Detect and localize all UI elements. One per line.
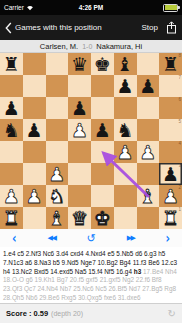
square-f2[interactable]: [114, 185, 137, 207]
engine-score-bar: Score : 0.59 (depth 20) ↻: [0, 303, 182, 323]
white-pawn[interactable]: ♟: [23, 185, 46, 207]
square-h7[interactable]: 7: [159, 75, 182, 97]
square-e4[interactable]: [91, 141, 114, 163]
share-button[interactable]: [166, 21, 177, 34]
square-b6[interactable]: [23, 97, 46, 119]
square-b3[interactable]: [23, 163, 46, 185]
square-f8[interactable]: ♝: [114, 53, 137, 75]
white-king[interactable]: ♚: [91, 207, 114, 229]
chess-board[interactable]: ♜♛♚♝♜8♟♟7♟♟6♞♟♟♟♞5♟♟4♟♟3♟♟♞♝♟2♜♝♛♚♜1: [0, 53, 182, 229]
square-c8[interactable]: [46, 53, 69, 75]
forward-to-end-button[interactable]: ▶▶: [127, 235, 135, 242]
square-e8[interactable]: ♚: [91, 53, 114, 75]
clock: 4:26 PM: [56, 4, 126, 11]
black-pawn[interactable]: ♟: [137, 75, 160, 97]
white-player-name: Carlsen, M.: [40, 42, 78, 51]
square-g5[interactable]: [137, 119, 160, 141]
black-player-name: Nakamura, Hi: [96, 42, 142, 51]
white-rook[interactable]: ♜: [0, 207, 23, 229]
white-bishop[interactable]: ♝: [46, 207, 69, 229]
black-pawn[interactable]: ♟: [0, 97, 23, 119]
chevron-left-icon: [5, 22, 12, 34]
square-b4[interactable]: [23, 141, 46, 163]
black-knight[interactable]: ♞: [114, 119, 137, 141]
stop-button[interactable]: Stop: [142, 23, 158, 32]
square-g8[interactable]: [137, 53, 160, 75]
refresh-icon[interactable]: ↻: [168, 308, 176, 319]
black-pawn[interactable]: ♟: [91, 119, 114, 141]
rank-coordinate: 6: [178, 97, 181, 102]
rank-coordinate: 5: [178, 119, 181, 124]
square-d1[interactable]: ♛: [68, 207, 91, 229]
square-f6[interactable]: [114, 97, 137, 119]
nav-bar: Games with this position Stop: [0, 15, 182, 40]
next-move-button[interactable]: ›: [165, 231, 170, 245]
page-title: Games with this position: [15, 23, 102, 32]
square-c4[interactable]: [46, 141, 69, 163]
square-c6[interactable]: [46, 97, 69, 119]
black-rook[interactable]: ♜: [0, 53, 23, 75]
square-b2[interactable]: ♟: [23, 185, 46, 207]
square-a5[interactable]: ♞: [0, 119, 23, 141]
players-bar: Carlsen, M. 1-0 Nakamura, Hi: [0, 40, 182, 53]
square-c2[interactable]: ♞: [46, 185, 69, 207]
square-d8[interactable]: ♛: [68, 53, 91, 75]
move-line[interactable]: h4 13.Nc2 Bxd5 14.exd5 Na5 15.f4 Nf5 16.…: [3, 268, 179, 277]
square-f7[interactable]: ♟: [114, 75, 137, 97]
square-g4[interactable]: ♟: [137, 141, 160, 163]
played-moves[interactable]: h4 13.Nc2 Bxd5 14.exd5 Na5 15.f4 Nf5 16.…: [3, 268, 134, 275]
square-g2[interactable]: ♝: [137, 185, 160, 207]
square-b5[interactable]: ♟: [23, 119, 46, 141]
black-pawn[interactable]: ♟: [23, 119, 46, 141]
white-pawn[interactable]: ♟: [114, 141, 137, 163]
rewind-to-start-button[interactable]: ◀◀: [48, 235, 56, 242]
black-pawn[interactable]: ♟: [114, 75, 137, 97]
square-b7[interactable]: [23, 75, 46, 97]
battery-icon: [163, 4, 178, 12]
square-c3[interactable]: ♟: [46, 163, 69, 185]
square-d7[interactable]: [68, 75, 91, 97]
engine-line[interactable]: 17.Be4 Nh4: [141, 268, 177, 275]
square-h6[interactable]: 6: [159, 97, 182, 119]
engine-line[interactable]: 28.Qh5 Nb6 29.Be6 Rxg5 30.Qxg5 fxe6 31.d…: [3, 294, 179, 303]
square-d6[interactable]: ♟: [68, 97, 91, 119]
white-pawn[interactable]: ♟: [137, 141, 160, 163]
engine-line[interactable]: 18.O-O g6 19.Kh1 Bg7 20.f5 gxf5 21.gxf5 …: [3, 276, 179, 285]
app-window: Carrier 4:26 PM Games with this position…: [0, 0, 182, 323]
black-queen[interactable]: ♛: [68, 53, 91, 75]
square-a8[interactable]: ♜: [0, 53, 23, 75]
square-e7[interactable]: [91, 75, 114, 97]
reset-icon[interactable]: ↺: [86, 233, 95, 244]
square-a2[interactable]: ♟: [0, 185, 23, 207]
black-bishop[interactable]: ♝: [114, 53, 137, 75]
move-line[interactable]: 1.e4 c5 2.Nf3 Nc6 3.d4 cxd4 4.Nxd4 e5 5.…: [3, 250, 179, 259]
black-knight[interactable]: ♞: [0, 119, 23, 141]
white-pawn[interactable]: ♟: [0, 185, 23, 207]
square-d5[interactable]: ♟: [68, 119, 91, 141]
square-d4[interactable]: [68, 141, 91, 163]
rank-coordinate: 4: [178, 141, 181, 146]
score-value: Score : 0.59: [6, 309, 48, 318]
square-b1[interactable]: [23, 207, 46, 229]
rank-coordinate: 2: [178, 185, 181, 190]
wifi-icon: [26, 4, 34, 11]
share-icon: [166, 21, 177, 34]
black-king[interactable]: ♚: [91, 53, 114, 75]
square-e3[interactable]: [91, 163, 114, 185]
navigation-toolbar: ‹ ◀◀ ↺ ▶▶ ›: [0, 229, 182, 247]
square-f4[interactable]: ♟: [114, 141, 137, 163]
score-depth: (depth 20): [51, 310, 83, 317]
square-h1[interactable]: ♜1: [159, 207, 182, 229]
rank-coordinate: 7: [178, 75, 181, 80]
square-h8[interactable]: ♜8: [159, 53, 182, 75]
game-result: 1-0: [82, 43, 92, 50]
square-c1[interactable]: ♝: [46, 207, 69, 229]
square-a6[interactable]: ♟: [0, 97, 23, 119]
prev-move-button[interactable]: ‹: [12, 231, 17, 245]
white-knight[interactable]: ♞: [46, 185, 69, 207]
square-e5[interactable]: ♟: [91, 119, 114, 141]
white-bishop[interactable]: ♝: [137, 185, 160, 207]
rank-coordinate: 3: [178, 163, 181, 168]
square-h3[interactable]: ♟3: [159, 163, 182, 185]
square-g7[interactable]: ♟: [137, 75, 160, 97]
carrier-label: Carrier: [4, 4, 24, 11]
white-pawn[interactable]: ♟: [46, 163, 69, 185]
square-d2[interactable]: [68, 185, 91, 207]
square-e2[interactable]: [91, 185, 114, 207]
square-f5[interactable]: ♞: [114, 119, 137, 141]
square-c5[interactable]: [46, 119, 69, 141]
square-a3[interactable]: [0, 163, 23, 185]
square-g1[interactable]: [137, 207, 160, 229]
square-h2[interactable]: ♟2: [159, 185, 182, 207]
white-pawn[interactable]: ♟: [68, 119, 91, 141]
rank-coordinate: 8: [178, 53, 181, 58]
square-a4[interactable]: [0, 141, 23, 163]
status-bar: Carrier 4:26 PM: [0, 0, 182, 15]
square-g3[interactable]: [137, 163, 160, 185]
square-e6[interactable]: [91, 97, 114, 119]
square-h5[interactable]: 5: [159, 119, 182, 141]
square-f1[interactable]: [114, 207, 137, 229]
square-d3[interactable]: [68, 163, 91, 185]
white-queen[interactable]: ♛: [68, 207, 91, 229]
square-g6[interactable]: [137, 97, 160, 119]
square-a7[interactable]: [0, 75, 23, 97]
move-line[interactable]: 7.N1c3 a6 8.Na3 b5 9.Nd5 Nge7 10.Bg2 Bg4…: [3, 259, 179, 268]
engine-line[interactable]: 23.Qf3 Qc7 24.Nb4 Nb7 25.Nc6 Nc5 26.Bf5 …: [3, 285, 179, 294]
move-list: 1.e4 c5 2.Nf3 Nc6 3.d4 cxd4 4.Nxd4 e5 5.…: [0, 247, 182, 303]
square-e1[interactable]: ♚: [91, 207, 114, 229]
square-b8[interactable]: [23, 53, 46, 75]
square-c7[interactable]: [46, 75, 69, 97]
square-f3[interactable]: [114, 163, 137, 185]
back-button[interactable]: [5, 22, 12, 34]
black-pawn[interactable]: ♟: [68, 97, 91, 119]
rank-coordinate: 1: [178, 207, 181, 212]
square-a1[interactable]: ♜: [0, 207, 23, 229]
square-h4[interactable]: 4: [159, 141, 182, 163]
